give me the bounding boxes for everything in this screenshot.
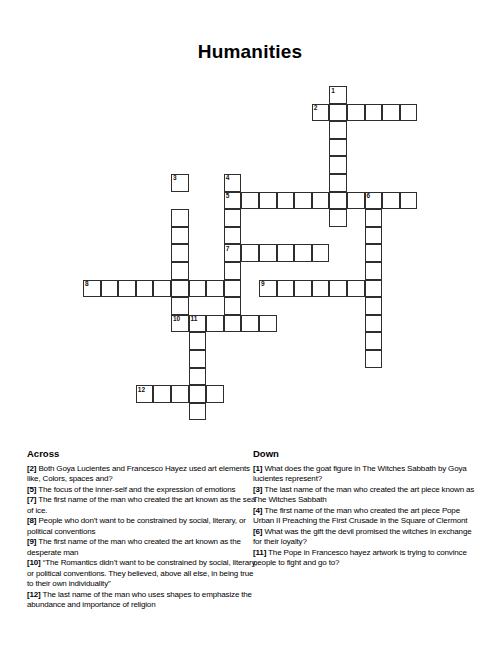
grid-cell[interactable] xyxy=(171,209,189,227)
clue-number-label: [9] xyxy=(27,537,36,546)
clue: [1] What does the goat figure in The Wit… xyxy=(253,464,479,485)
grid-cell[interactable] xyxy=(206,315,224,333)
cell-clue-number: 4 xyxy=(226,174,230,182)
grid-cell[interactable] xyxy=(382,192,400,210)
clue-number-label: [2] xyxy=(27,464,36,473)
cell-clue-number: 11 xyxy=(191,315,198,323)
clue: [7] The first name of the man who create… xyxy=(27,495,259,516)
grid-cell[interactable] xyxy=(329,280,347,298)
grid-cell[interactable] xyxy=(189,385,207,403)
grid-cell[interactable]: 2 xyxy=(312,104,330,122)
clue-number-label: [7] xyxy=(27,495,36,504)
grid-cell[interactable] xyxy=(224,280,242,298)
grid-cell[interactable] xyxy=(277,192,295,210)
grid-cell[interactable] xyxy=(259,315,277,333)
grid-cell[interactable] xyxy=(224,315,242,333)
grid-cell[interactable] xyxy=(294,280,312,298)
grid-cell[interactable] xyxy=(189,332,207,350)
grid-cell[interactable] xyxy=(347,280,365,298)
grid-cell[interactable] xyxy=(400,192,418,210)
cell-clue-number: 8 xyxy=(85,280,89,288)
grid-cell[interactable] xyxy=(312,244,330,262)
clue: [6] What was the gift the devil promised… xyxy=(253,527,479,548)
cell-clue-number: 12 xyxy=(138,386,145,394)
grid-cell[interactable] xyxy=(329,139,347,157)
grid-cell[interactable]: 3 xyxy=(171,174,189,192)
grid-cell[interactable]: 11 xyxy=(189,315,207,333)
grid-cell[interactable] xyxy=(153,385,171,403)
across-clues-section: Across [2] Both Goya Lucientes and Franc… xyxy=(27,448,259,611)
grid-cell[interactable] xyxy=(189,368,207,386)
clue-number-label: [11] xyxy=(253,548,266,557)
grid-cell[interactable]: 6 xyxy=(365,192,383,210)
grid-cell[interactable]: 7 xyxy=(224,244,242,262)
clue-number-label: [5] xyxy=(27,485,36,494)
grid-cell[interactable] xyxy=(365,350,383,368)
grid-cell[interactable] xyxy=(171,280,189,298)
clue: [4] The first name of the man who create… xyxy=(253,506,479,527)
cell-clue-number: 6 xyxy=(367,192,371,200)
cell-clue-number: 10 xyxy=(173,315,180,323)
page-title: Humanities xyxy=(0,41,500,63)
cell-clue-number: 5 xyxy=(226,192,230,200)
grid-cell[interactable] xyxy=(329,209,347,227)
grid-cell[interactable]: 8 xyxy=(83,280,101,298)
grid-cell[interactable]: 9 xyxy=(259,280,277,298)
grid-cell[interactable] xyxy=(171,227,189,245)
clue: [8] People who don’t want to be constrai… xyxy=(27,516,259,537)
grid-cell[interactable] xyxy=(171,297,189,315)
grid-cell[interactable] xyxy=(329,156,347,174)
clue: [10] “The Romantics didn’t want to be co… xyxy=(27,558,259,590)
grid-cell[interactable] xyxy=(189,280,207,298)
grid-cell[interactable] xyxy=(241,244,259,262)
grid-cell[interactable] xyxy=(400,104,418,122)
clue: [2] Both Goya Lucientes and Francesco Ha… xyxy=(27,464,259,485)
grid-cell[interactable] xyxy=(224,227,242,245)
grid-cell[interactable] xyxy=(294,192,312,210)
clue: [12] The last name of the man who uses s… xyxy=(27,590,259,611)
grid-cell[interactable] xyxy=(365,262,383,280)
grid-cell[interactable] xyxy=(382,104,400,122)
clue-number-label: [6] xyxy=(253,527,262,536)
grid-cell[interactable] xyxy=(189,403,207,421)
grid-cell[interactable]: 1 xyxy=(329,86,347,104)
clue: [9] The first name of the man who create… xyxy=(27,537,259,558)
crossword-grid: 123456789101112 xyxy=(83,86,417,420)
across-header: Across xyxy=(27,448,259,459)
grid-cell[interactable] xyxy=(329,121,347,139)
grid-cell[interactable] xyxy=(153,280,171,298)
down-header: Down xyxy=(253,448,479,459)
clue-number-label: [3] xyxy=(253,485,262,494)
cell-clue-number: 7 xyxy=(226,245,230,253)
down-clue-list: [1] What does the goat figure in The Wit… xyxy=(253,464,479,569)
grid-cell[interactable] xyxy=(224,262,242,280)
grid-cell[interactable] xyxy=(329,192,347,210)
grid-cell[interactable] xyxy=(171,244,189,262)
grid-cell[interactable] xyxy=(259,244,277,262)
grid-cell[interactable] xyxy=(171,262,189,280)
grid-cell[interactable] xyxy=(365,104,383,122)
clue: [3] The last name of the man who created… xyxy=(253,485,479,506)
grid-cell[interactable] xyxy=(277,280,295,298)
grid-cell[interactable] xyxy=(259,192,277,210)
clue: [11] The Pope in Francesco hayez artwork… xyxy=(253,548,479,569)
grid-cell[interactable] xyxy=(189,350,207,368)
across-clue-list: [2] Both Goya Lucientes and Francesco Ha… xyxy=(27,464,259,611)
grid-cell[interactable]: 5 xyxy=(224,192,242,210)
grid-cell[interactable] xyxy=(241,192,259,210)
clue-number-label: [10] xyxy=(27,558,41,567)
grid-cell[interactable] xyxy=(365,280,383,298)
clue-number-label: [1] xyxy=(253,464,262,473)
grid-cell[interactable] xyxy=(224,209,242,227)
cell-clue-number: 9 xyxy=(261,280,265,288)
clue-number-label: [12] xyxy=(27,590,41,599)
grid-cell[interactable] xyxy=(294,244,312,262)
grid-cell[interactable] xyxy=(365,297,383,315)
grid-cell[interactable] xyxy=(206,280,224,298)
grid-cell[interactable] xyxy=(365,227,383,245)
grid-cell[interactable] xyxy=(329,104,347,122)
cell-clue-number: 2 xyxy=(314,104,318,112)
grid-cell[interactable] xyxy=(312,280,330,298)
grid-cell[interactable] xyxy=(365,209,383,227)
clue-number-label: [8] xyxy=(27,516,36,525)
grid-cell[interactable] xyxy=(365,332,383,350)
grid-cell[interactable] xyxy=(277,244,295,262)
grid-cell[interactable] xyxy=(365,315,383,333)
grid-cell[interactable] xyxy=(118,280,136,298)
cell-clue-number: 1 xyxy=(331,87,335,95)
grid-cell[interactable] xyxy=(312,192,330,210)
grid-cell[interactable]: 12 xyxy=(136,385,154,403)
grid-cell[interactable] xyxy=(365,244,383,262)
grid-cell[interactable]: 4 xyxy=(224,174,242,192)
grid-cell[interactable] xyxy=(136,280,154,298)
cell-clue-number: 3 xyxy=(173,174,177,182)
grid-cell[interactable] xyxy=(347,104,365,122)
grid-cell[interactable] xyxy=(206,385,224,403)
grid-cell[interactable] xyxy=(224,297,242,315)
clue: [5] The focus of the inner-self and the … xyxy=(27,485,259,496)
clue-number-label: [4] xyxy=(253,506,262,515)
grid-cell[interactable] xyxy=(101,280,119,298)
down-clues-section: Down [1] What does the goat figure in Th… xyxy=(253,448,479,569)
grid-cell[interactable] xyxy=(347,192,365,210)
grid-cell[interactable] xyxy=(329,174,347,192)
grid-cell[interactable]: 10 xyxy=(171,315,189,333)
grid-cell[interactable] xyxy=(241,315,259,333)
grid-cell[interactable] xyxy=(171,385,189,403)
